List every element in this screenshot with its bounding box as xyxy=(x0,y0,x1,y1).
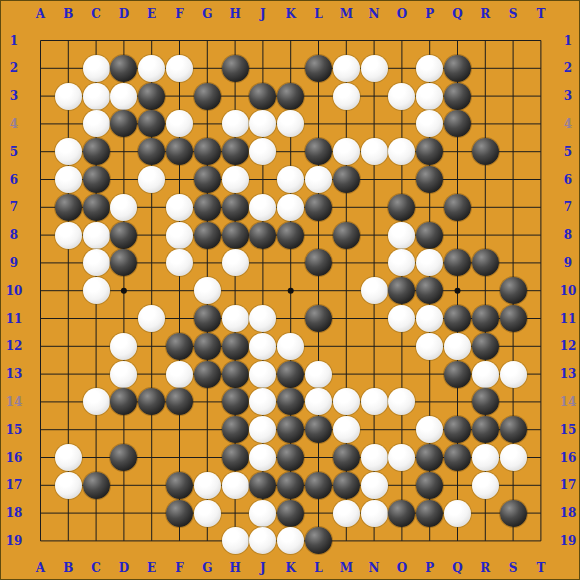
board-intersection-A8[interactable] xyxy=(27,221,55,249)
board-intersection-S2[interactable] xyxy=(499,54,527,82)
board-intersection-L10[interactable] xyxy=(305,277,333,305)
board-intersection-R6[interactable] xyxy=(471,166,499,194)
board-intersection-S1[interactable] xyxy=(499,27,527,55)
board-intersection-R8[interactable] xyxy=(471,221,499,249)
board-intersection-H3[interactable] xyxy=(221,82,249,110)
board-intersection-P12[interactable] xyxy=(416,332,444,360)
board-intersection-T12[interactable] xyxy=(527,332,555,360)
board-intersection-P17[interactable] xyxy=(416,471,444,499)
board-intersection-O19[interactable] xyxy=(388,527,416,555)
board-intersection-B13[interactable] xyxy=(54,360,82,388)
board-intersection-S17[interactable] xyxy=(499,471,527,499)
board-intersection-E15[interactable] xyxy=(138,416,166,444)
board-intersection-C3[interactable] xyxy=(82,82,110,110)
board-intersection-J6[interactable] xyxy=(249,166,277,194)
board-intersection-T3[interactable] xyxy=(527,82,555,110)
board-intersection-P2[interactable] xyxy=(416,54,444,82)
board-intersection-D18[interactable] xyxy=(110,499,138,527)
board-intersection-T17[interactable] xyxy=(527,471,555,499)
board-intersection-K11[interactable] xyxy=(277,305,305,333)
board-intersection-E19[interactable] xyxy=(138,527,166,555)
board-intersection-Q17[interactable] xyxy=(444,471,472,499)
board-intersection-H11[interactable] xyxy=(221,305,249,333)
board-intersection-F10[interactable] xyxy=(166,277,194,305)
board-intersection-F8[interactable] xyxy=(166,221,194,249)
board-intersection-T9[interactable] xyxy=(527,249,555,277)
board-intersection-J9[interactable] xyxy=(249,249,277,277)
board-intersection-O12[interactable] xyxy=(388,332,416,360)
board-intersection-T19[interactable] xyxy=(527,527,555,555)
board-intersection-F7[interactable] xyxy=(166,193,194,221)
board-intersection-H1[interactable] xyxy=(221,27,249,55)
board-intersection-D15[interactable] xyxy=(110,416,138,444)
board-intersection-E10[interactable] xyxy=(138,277,166,305)
board-intersection-T8[interactable] xyxy=(527,221,555,249)
board-intersection-Q12[interactable] xyxy=(444,332,472,360)
board-intersection-L12[interactable] xyxy=(305,332,333,360)
board-intersection-E7[interactable] xyxy=(138,193,166,221)
board-intersection-D12[interactable] xyxy=(110,332,138,360)
board-intersection-N3[interactable] xyxy=(360,82,388,110)
board-intersection-N10[interactable] xyxy=(360,277,388,305)
board-intersection-K7[interactable] xyxy=(277,193,305,221)
board-intersection-C7[interactable] xyxy=(82,193,110,221)
board-intersection-K2[interactable] xyxy=(277,54,305,82)
board-intersection-R17[interactable] xyxy=(471,471,499,499)
board-intersection-S12[interactable] xyxy=(499,332,527,360)
board-intersection-F14[interactable] xyxy=(166,388,194,416)
board-intersection-G5[interactable] xyxy=(193,138,221,166)
board-intersection-E14[interactable] xyxy=(138,388,166,416)
board-intersection-N18[interactable] xyxy=(360,499,388,527)
board-intersection-Q10[interactable] xyxy=(444,277,472,305)
board-intersection-J3[interactable] xyxy=(249,82,277,110)
board-intersection-G17[interactable] xyxy=(193,471,221,499)
board-intersection-C10[interactable] xyxy=(82,277,110,305)
board-intersection-O11[interactable] xyxy=(388,305,416,333)
board-intersection-R7[interactable] xyxy=(471,193,499,221)
board-intersection-D19[interactable] xyxy=(110,527,138,555)
board-intersection-C1[interactable] xyxy=(82,27,110,55)
board-intersection-M13[interactable] xyxy=(332,360,360,388)
board-intersection-K12[interactable] xyxy=(277,332,305,360)
board-intersection-B10[interactable] xyxy=(54,277,82,305)
board-intersection-A10[interactable] xyxy=(27,277,55,305)
board-intersection-E17[interactable] xyxy=(138,471,166,499)
board-intersection-D3[interactable] xyxy=(110,82,138,110)
board-intersection-D1[interactable] xyxy=(110,27,138,55)
board-intersection-F9[interactable] xyxy=(166,249,194,277)
board-intersection-M17[interactable] xyxy=(332,471,360,499)
board-intersection-M9[interactable] xyxy=(332,249,360,277)
board-intersection-Q9[interactable] xyxy=(444,249,472,277)
board-intersection-F19[interactable] xyxy=(166,527,194,555)
board-intersection-O13[interactable] xyxy=(388,360,416,388)
board-intersection-K17[interactable] xyxy=(277,471,305,499)
board-intersection-P14[interactable] xyxy=(416,388,444,416)
board-intersection-B5[interactable] xyxy=(54,138,82,166)
board-intersection-O1[interactable] xyxy=(388,27,416,55)
board-intersection-H2[interactable] xyxy=(221,54,249,82)
board-intersection-H10[interactable] xyxy=(221,277,249,305)
board-intersection-A14[interactable] xyxy=(27,388,55,416)
board-intersection-N12[interactable] xyxy=(360,332,388,360)
board-intersection-G1[interactable] xyxy=(193,27,221,55)
board-intersection-E3[interactable] xyxy=(138,82,166,110)
board-intersection-A5[interactable] xyxy=(27,138,55,166)
board-intersection-J1[interactable] xyxy=(249,27,277,55)
board-intersection-C6[interactable] xyxy=(82,166,110,194)
board-intersection-L8[interactable] xyxy=(305,221,333,249)
board-intersection-E1[interactable] xyxy=(138,27,166,55)
board-intersection-G11[interactable] xyxy=(193,305,221,333)
board-intersection-E16[interactable] xyxy=(138,444,166,472)
board-intersection-G6[interactable] xyxy=(193,166,221,194)
board-intersection-O14[interactable] xyxy=(388,388,416,416)
board-intersection-L3[interactable] xyxy=(305,82,333,110)
board-intersection-S19[interactable] xyxy=(499,527,527,555)
board-intersection-O3[interactable] xyxy=(388,82,416,110)
board-intersection-M15[interactable] xyxy=(332,416,360,444)
board-intersection-R18[interactable] xyxy=(471,499,499,527)
board-intersection-L4[interactable] xyxy=(305,110,333,138)
board-intersection-M7[interactable] xyxy=(332,193,360,221)
board-intersection-B9[interactable] xyxy=(54,249,82,277)
board-intersection-R2[interactable] xyxy=(471,54,499,82)
board-intersection-F4[interactable] xyxy=(166,110,194,138)
board-intersection-H18[interactable] xyxy=(221,499,249,527)
board-intersection-L19[interactable] xyxy=(305,527,333,555)
board-intersection-Q4[interactable] xyxy=(444,110,472,138)
board-intersection-F17[interactable] xyxy=(166,471,194,499)
board-intersection-O4[interactable] xyxy=(388,110,416,138)
board-intersection-A18[interactable] xyxy=(27,499,55,527)
board-intersection-G15[interactable] xyxy=(193,416,221,444)
board-intersection-G2[interactable] xyxy=(193,54,221,82)
board-intersection-S8[interactable] xyxy=(499,221,527,249)
board-intersection-Q1[interactable] xyxy=(444,27,472,55)
board-intersection-H8[interactable] xyxy=(221,221,249,249)
board-intersection-M16[interactable] xyxy=(332,444,360,472)
board-intersection-J8[interactable] xyxy=(249,221,277,249)
board-intersection-D7[interactable] xyxy=(110,193,138,221)
board-intersection-M10[interactable] xyxy=(332,277,360,305)
board-intersection-J14[interactable] xyxy=(249,388,277,416)
board-intersection-B1[interactable] xyxy=(54,27,82,55)
board-intersection-B3[interactable] xyxy=(54,82,82,110)
board-intersection-H16[interactable] xyxy=(221,444,249,472)
board-intersection-B14[interactable] xyxy=(54,388,82,416)
board-intersection-M6[interactable] xyxy=(332,166,360,194)
board-intersection-K5[interactable] xyxy=(277,138,305,166)
board-intersection-A17[interactable] xyxy=(27,471,55,499)
board-intersection-S10[interactable] xyxy=(499,277,527,305)
board-intersection-F16[interactable] xyxy=(166,444,194,472)
board-intersection-A1[interactable] xyxy=(27,27,55,55)
board-intersection-L9[interactable] xyxy=(305,249,333,277)
board-intersection-E8[interactable] xyxy=(138,221,166,249)
board-intersection-T10[interactable] xyxy=(527,277,555,305)
board-intersection-C2[interactable] xyxy=(82,54,110,82)
board-intersection-S9[interactable] xyxy=(499,249,527,277)
board-intersection-D10[interactable] xyxy=(110,277,138,305)
board-intersection-F5[interactable] xyxy=(166,138,194,166)
board-intersection-N2[interactable] xyxy=(360,54,388,82)
board-intersection-O5[interactable] xyxy=(388,138,416,166)
board-intersection-P10[interactable] xyxy=(416,277,444,305)
board-intersection-P6[interactable] xyxy=(416,166,444,194)
board-intersection-A7[interactable] xyxy=(27,193,55,221)
board-intersection-K4[interactable] xyxy=(277,110,305,138)
board-intersection-A9[interactable] xyxy=(27,249,55,277)
board-intersection-D6[interactable] xyxy=(110,166,138,194)
board-intersection-E9[interactable] xyxy=(138,249,166,277)
board-intersection-O2[interactable] xyxy=(388,54,416,82)
board-intersection-D2[interactable] xyxy=(110,54,138,82)
board-intersection-R9[interactable] xyxy=(471,249,499,277)
board-intersection-P3[interactable] xyxy=(416,82,444,110)
board-intersection-K18[interactable] xyxy=(277,499,305,527)
board-intersection-D9[interactable] xyxy=(110,249,138,277)
board-intersection-C14[interactable] xyxy=(82,388,110,416)
board-intersection-Q16[interactable] xyxy=(444,444,472,472)
board-intersection-B7[interactable] xyxy=(54,193,82,221)
board-intersection-P19[interactable] xyxy=(416,527,444,555)
board-intersection-T18[interactable] xyxy=(527,499,555,527)
board-intersection-J2[interactable] xyxy=(249,54,277,82)
board-intersection-N8[interactable] xyxy=(360,221,388,249)
board-intersection-M8[interactable] xyxy=(332,221,360,249)
board-intersection-D13[interactable] xyxy=(110,360,138,388)
board-intersection-D5[interactable] xyxy=(110,138,138,166)
board-intersection-K10[interactable] xyxy=(277,277,305,305)
board-intersection-K8[interactable] xyxy=(277,221,305,249)
board-intersection-J15[interactable] xyxy=(249,416,277,444)
board-intersection-D8[interactable] xyxy=(110,221,138,249)
board-intersection-G14[interactable] xyxy=(193,388,221,416)
board-intersection-Q7[interactable] xyxy=(444,193,472,221)
board-intersection-G10[interactable] xyxy=(193,277,221,305)
board-intersection-P7[interactable] xyxy=(416,193,444,221)
board-intersection-O7[interactable] xyxy=(388,193,416,221)
board-intersection-R1[interactable] xyxy=(471,27,499,55)
board-intersection-F18[interactable] xyxy=(166,499,194,527)
board-intersection-B17[interactable] xyxy=(54,471,82,499)
board-intersection-L6[interactable] xyxy=(305,166,333,194)
board-intersection-E12[interactable] xyxy=(138,332,166,360)
board-intersection-R14[interactable] xyxy=(471,388,499,416)
board-intersection-S4[interactable] xyxy=(499,110,527,138)
board-intersection-P9[interactable] xyxy=(416,249,444,277)
board-intersection-T7[interactable] xyxy=(527,193,555,221)
board-intersection-M5[interactable] xyxy=(332,138,360,166)
board-intersection-T15[interactable] xyxy=(527,416,555,444)
board-intersection-S15[interactable] xyxy=(499,416,527,444)
board-intersection-H13[interactable] xyxy=(221,360,249,388)
board-intersection-J5[interactable] xyxy=(249,138,277,166)
board-intersection-G4[interactable] xyxy=(193,110,221,138)
board-intersection-G3[interactable] xyxy=(193,82,221,110)
board-intersection-P18[interactable] xyxy=(416,499,444,527)
board-intersection-K15[interactable] xyxy=(277,416,305,444)
board-intersection-M3[interactable] xyxy=(332,82,360,110)
board-intersection-P16[interactable] xyxy=(416,444,444,472)
board-intersection-B4[interactable] xyxy=(54,110,82,138)
board-intersection-T5[interactable] xyxy=(527,138,555,166)
board-intersection-T4[interactable] xyxy=(527,110,555,138)
board-intersection-N14[interactable] xyxy=(360,388,388,416)
board-intersection-M2[interactable] xyxy=(332,54,360,82)
board-intersection-G8[interactable] xyxy=(193,221,221,249)
board-intersection-D4[interactable] xyxy=(110,110,138,138)
board-intersection-O6[interactable] xyxy=(388,166,416,194)
board-intersection-J7[interactable] xyxy=(249,193,277,221)
board-intersection-K9[interactable] xyxy=(277,249,305,277)
board-intersection-J17[interactable] xyxy=(249,471,277,499)
board-intersection-F2[interactable] xyxy=(166,54,194,82)
board-intersection-F12[interactable] xyxy=(166,332,194,360)
board-intersection-S16[interactable] xyxy=(499,444,527,472)
board-intersection-R16[interactable] xyxy=(471,444,499,472)
board-intersection-T11[interactable] xyxy=(527,305,555,333)
board-intersection-F11[interactable] xyxy=(166,305,194,333)
board-intersection-L11[interactable] xyxy=(305,305,333,333)
board-intersection-A2[interactable] xyxy=(27,54,55,82)
board-intersection-B6[interactable] xyxy=(54,166,82,194)
board-intersection-T2[interactable] xyxy=(527,54,555,82)
board-intersection-O9[interactable] xyxy=(388,249,416,277)
board-intersection-S7[interactable] xyxy=(499,193,527,221)
board-intersection-N6[interactable] xyxy=(360,166,388,194)
board-intersection-O8[interactable] xyxy=(388,221,416,249)
board-intersection-B18[interactable] xyxy=(54,499,82,527)
board-intersection-P11[interactable] xyxy=(416,305,444,333)
board-intersection-O17[interactable] xyxy=(388,471,416,499)
board-intersection-J10[interactable] xyxy=(249,277,277,305)
board-intersection-L2[interactable] xyxy=(305,54,333,82)
board-intersection-B11[interactable] xyxy=(54,305,82,333)
board-intersection-B16[interactable] xyxy=(54,444,82,472)
board-intersection-P5[interactable] xyxy=(416,138,444,166)
board-intersection-A13[interactable] xyxy=(27,360,55,388)
board-intersection-Q3[interactable] xyxy=(444,82,472,110)
board-intersection-S5[interactable] xyxy=(499,138,527,166)
board-intersection-E5[interactable] xyxy=(138,138,166,166)
board-intersection-M4[interactable] xyxy=(332,110,360,138)
board-intersection-R3[interactable] xyxy=(471,82,499,110)
board-intersection-P15[interactable] xyxy=(416,416,444,444)
board-intersection-H7[interactable] xyxy=(221,193,249,221)
board-intersection-E13[interactable] xyxy=(138,360,166,388)
board-intersection-S3[interactable] xyxy=(499,82,527,110)
board-intersection-Q13[interactable] xyxy=(444,360,472,388)
board-intersection-B19[interactable] xyxy=(54,527,82,555)
board-intersection-J19[interactable] xyxy=(249,527,277,555)
board-intersection-O16[interactable] xyxy=(388,444,416,472)
board-intersection-N16[interactable] xyxy=(360,444,388,472)
board-intersection-O15[interactable] xyxy=(388,416,416,444)
board-intersection-R4[interactable] xyxy=(471,110,499,138)
board-intersection-H5[interactable] xyxy=(221,138,249,166)
board-intersection-C5[interactable] xyxy=(82,138,110,166)
board-intersection-H4[interactable] xyxy=(221,110,249,138)
board-intersection-G9[interactable] xyxy=(193,249,221,277)
board-intersection-N1[interactable] xyxy=(360,27,388,55)
board-intersection-Q8[interactable] xyxy=(444,221,472,249)
board-intersection-E18[interactable] xyxy=(138,499,166,527)
board-intersection-B12[interactable] xyxy=(54,332,82,360)
board-intersection-N4[interactable] xyxy=(360,110,388,138)
board-intersection-F3[interactable] xyxy=(166,82,194,110)
board-intersection-N5[interactable] xyxy=(360,138,388,166)
board-intersection-H17[interactable] xyxy=(221,471,249,499)
board-intersection-C4[interactable] xyxy=(82,110,110,138)
board-intersection-F6[interactable] xyxy=(166,166,194,194)
board-intersection-E6[interactable] xyxy=(138,166,166,194)
board-intersection-A11[interactable] xyxy=(27,305,55,333)
board-intersection-A3[interactable] xyxy=(27,82,55,110)
board-intersection-K1[interactable] xyxy=(277,27,305,55)
board-intersection-M1[interactable] xyxy=(332,27,360,55)
board-intersection-H19[interactable] xyxy=(221,527,249,555)
board-intersection-R10[interactable] xyxy=(471,277,499,305)
board-intersection-Q14[interactable] xyxy=(444,388,472,416)
board-intersection-Q2[interactable] xyxy=(444,54,472,82)
board-intersection-A12[interactable] xyxy=(27,332,55,360)
board-intersection-N7[interactable] xyxy=(360,193,388,221)
board-intersection-A19[interactable] xyxy=(27,527,55,555)
board-intersection-L17[interactable] xyxy=(305,471,333,499)
board-intersection-D14[interactable] xyxy=(110,388,138,416)
board-intersection-R15[interactable] xyxy=(471,416,499,444)
board-intersection-P1[interactable] xyxy=(416,27,444,55)
board-intersection-B8[interactable] xyxy=(54,221,82,249)
board-intersection-M11[interactable] xyxy=(332,305,360,333)
board-intersection-O10[interactable] xyxy=(388,277,416,305)
board-intersection-A16[interactable] xyxy=(27,444,55,472)
board-intersection-J18[interactable] xyxy=(249,499,277,527)
board-intersection-G18[interactable] xyxy=(193,499,221,527)
board-intersection-P13[interactable] xyxy=(416,360,444,388)
board-intersection-L18[interactable] xyxy=(305,499,333,527)
board-intersection-H9[interactable] xyxy=(221,249,249,277)
board-intersection-C19[interactable] xyxy=(82,527,110,555)
board-intersection-N15[interactable] xyxy=(360,416,388,444)
board-intersection-H15[interactable] xyxy=(221,416,249,444)
board-intersection-E4[interactable] xyxy=(138,110,166,138)
board-intersection-J13[interactable] xyxy=(249,360,277,388)
board-intersection-C17[interactable] xyxy=(82,471,110,499)
board-intersection-C15[interactable] xyxy=(82,416,110,444)
board-intersection-G7[interactable] xyxy=(193,193,221,221)
board-intersection-O18[interactable] xyxy=(388,499,416,527)
board-intersection-A15[interactable] xyxy=(27,416,55,444)
board-intersection-K6[interactable] xyxy=(277,166,305,194)
board-intersection-C11[interactable] xyxy=(82,305,110,333)
board-intersection-F13[interactable] xyxy=(166,360,194,388)
board-intersection-Q6[interactable] xyxy=(444,166,472,194)
board-intersection-G19[interactable] xyxy=(193,527,221,555)
board-intersection-R11[interactable] xyxy=(471,305,499,333)
board-intersection-T6[interactable] xyxy=(527,166,555,194)
board-intersection-Q19[interactable] xyxy=(444,527,472,555)
board-intersection-L14[interactable] xyxy=(305,388,333,416)
board-intersection-B2[interactable] xyxy=(54,54,82,82)
board-intersection-K3[interactable] xyxy=(277,82,305,110)
board-intersection-N9[interactable] xyxy=(360,249,388,277)
board-intersection-C13[interactable] xyxy=(82,360,110,388)
board-intersection-K13[interactable] xyxy=(277,360,305,388)
